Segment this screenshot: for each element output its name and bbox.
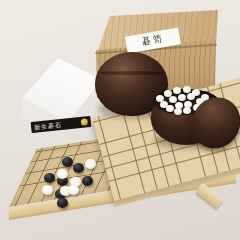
board-stones-layer [0,0,240,240]
black-go-stone [62,157,73,167]
go-set-photo: 碁笥 新生碁石 [0,0,240,240]
black-go-stone [44,173,55,183]
black-go-stone [82,176,93,186]
white-go-stone [68,185,79,195]
white-go-stone [85,159,96,169]
white-go-stone [57,169,68,179]
black-go-stone [57,198,68,208]
black-go-stone [73,163,84,173]
white-go-stone [42,185,53,195]
